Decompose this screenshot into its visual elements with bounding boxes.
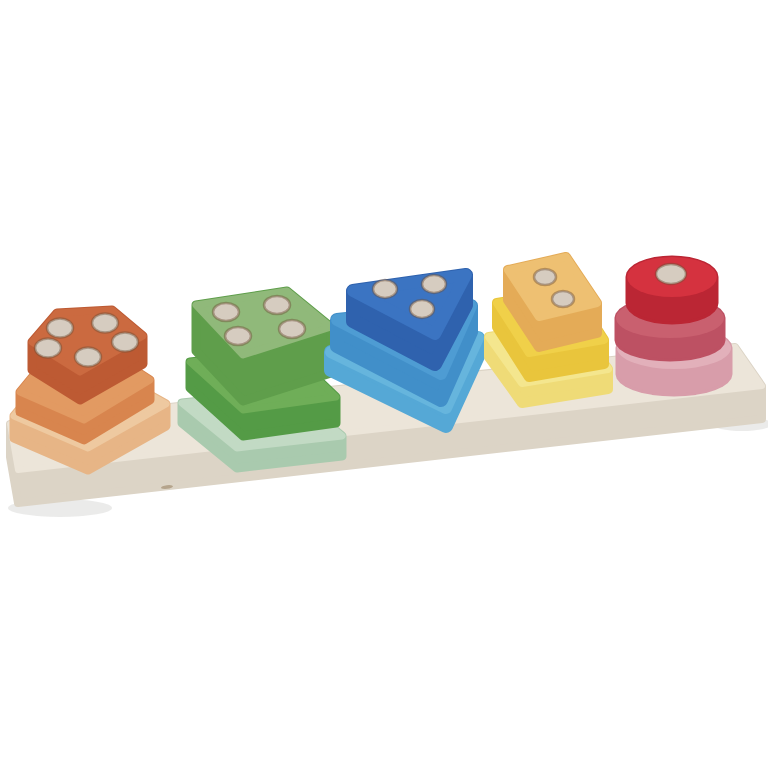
square-peg-hole-2	[264, 296, 290, 314]
square-peg-hole-3	[225, 327, 251, 345]
triangle-peg-hole-2	[422, 275, 446, 293]
triangle-peg-hole-3	[410, 300, 434, 318]
pentagon-peg-hole-2	[92, 314, 118, 333]
photo-stage	[0, 0, 768, 768]
stack-rectangle	[489, 257, 608, 403]
pentagon-peg-hole-3	[35, 339, 61, 358]
stack-square	[182, 291, 342, 468]
stack-circle	[616, 257, 731, 395]
square-peg-hole-1	[213, 303, 239, 321]
toy-photo-scene	[0, 0, 768, 768]
pentagon-peg-hole-4	[75, 348, 101, 367]
triangle-peg-hole-1	[373, 280, 397, 298]
square-peg-hole-4	[279, 320, 305, 338]
pentagon-peg-hole-1	[47, 319, 73, 338]
rectangle-peg-hole-2	[552, 291, 574, 307]
pentagon-peg-hole-5	[112, 333, 138, 352]
rectangle-peg-hole-1	[534, 269, 556, 285]
circle-peg-hole-1	[656, 264, 686, 284]
